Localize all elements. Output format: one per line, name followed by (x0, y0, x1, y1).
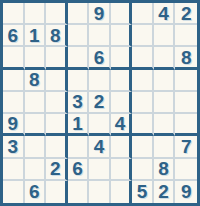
cell-r1c6[interactable] (111, 3, 133, 25)
cell-r2c1[interactable]: 6 (3, 25, 25, 47)
cell-r7c2[interactable] (25, 136, 47, 158)
cell-r4c2[interactable]: 8 (25, 70, 47, 92)
cell-r7c3[interactable] (46, 136, 68, 158)
cell-r9c9[interactable]: 9 (175, 181, 197, 203)
cell-r8c5[interactable] (89, 159, 111, 181)
cell-r1c4[interactable] (68, 3, 90, 25)
cell-r9c8[interactable]: 2 (154, 181, 176, 203)
cell-r4c9[interactable] (175, 70, 197, 92)
cell-r2c9[interactable] (175, 25, 197, 47)
cell-r4c3[interactable] (46, 70, 68, 92)
cell-r9c3[interactable] (46, 181, 68, 203)
cell-r6c7[interactable] (132, 114, 154, 136)
cell-r6c5[interactable] (89, 114, 111, 136)
cell-r1c9[interactable]: 2 (175, 3, 197, 25)
cell-r2c2[interactable]: 1 (25, 25, 47, 47)
cell-r9c2[interactable]: 6 (25, 181, 47, 203)
cell-r4c7[interactable] (132, 70, 154, 92)
cell-r3c3[interactable] (46, 47, 68, 69)
cell-r9c4[interactable] (68, 181, 90, 203)
cell-r2c3[interactable]: 8 (46, 25, 68, 47)
cell-r3c8[interactable] (154, 47, 176, 69)
cell-r4c4[interactable] (68, 70, 90, 92)
cell-r5c8[interactable] (154, 92, 176, 114)
cell-r6c6[interactable]: 4 (111, 114, 133, 136)
cell-r9c5[interactable] (89, 181, 111, 203)
cell-r3c9[interactable]: 8 (175, 47, 197, 69)
cell-r9c1[interactable] (3, 181, 25, 203)
cell-r2c7[interactable] (132, 25, 154, 47)
cell-r6c3[interactable] (46, 114, 68, 136)
cell-r3c5[interactable]: 6 (89, 47, 111, 69)
cell-r3c1[interactable] (3, 47, 25, 69)
cell-r7c4[interactable] (68, 136, 90, 158)
cell-r5c1[interactable] (3, 92, 25, 114)
cell-r2c5[interactable] (89, 25, 111, 47)
cell-r8c7[interactable] (132, 159, 154, 181)
cell-r2c4[interactable] (68, 25, 90, 47)
cell-r5c2[interactable] (25, 92, 47, 114)
cell-r8c4[interactable]: 6 (68, 159, 90, 181)
cell-r5c6[interactable] (111, 92, 133, 114)
cell-r1c8[interactable]: 4 (154, 3, 176, 25)
cell-r3c2[interactable] (25, 47, 47, 69)
cell-r3c6[interactable] (111, 47, 133, 69)
cell-r3c7[interactable] (132, 47, 154, 69)
cell-r8c6[interactable] (111, 159, 133, 181)
cell-r5c4[interactable]: 3 (68, 92, 90, 114)
cell-r8c2[interactable] (25, 159, 47, 181)
cell-r1c1[interactable] (3, 3, 25, 25)
cell-r1c3[interactable] (46, 3, 68, 25)
cell-r2c8[interactable] (154, 25, 176, 47)
cell-r8c8[interactable]: 8 (154, 159, 176, 181)
cell-r5c3[interactable] (46, 92, 68, 114)
cell-r3c4[interactable] (68, 47, 90, 69)
cell-r5c7[interactable] (132, 92, 154, 114)
cell-r6c9[interactable] (175, 114, 197, 136)
cell-r1c2[interactable] (25, 3, 47, 25)
cell-r2c6[interactable] (111, 25, 133, 47)
cell-r7c6[interactable] (111, 136, 133, 158)
cell-r4c6[interactable] (111, 70, 133, 92)
cell-r7c9[interactable]: 7 (175, 136, 197, 158)
sudoku-board: 942618688329143472686529 (0, 0, 200, 206)
cell-r6c4[interactable]: 1 (68, 114, 90, 136)
cell-r1c7[interactable] (132, 3, 154, 25)
cell-r1c5[interactable]: 9 (89, 3, 111, 25)
cell-r4c5[interactable] (89, 70, 111, 92)
cell-r8c1[interactable] (3, 159, 25, 181)
cell-r8c3[interactable]: 2 (46, 159, 68, 181)
cell-r9c6[interactable] (111, 181, 133, 203)
cell-r7c8[interactable] (154, 136, 176, 158)
cell-r4c1[interactable] (3, 70, 25, 92)
cell-r7c1[interactable]: 3 (3, 136, 25, 158)
cell-r9c7[interactable]: 5 (132, 181, 154, 203)
cell-r8c9[interactable] (175, 159, 197, 181)
cell-r6c1[interactable]: 9 (3, 114, 25, 136)
cell-r7c5[interactable]: 4 (89, 136, 111, 158)
cell-r5c5[interactable]: 2 (89, 92, 111, 114)
cell-r6c8[interactable] (154, 114, 176, 136)
cell-r6c2[interactable] (25, 114, 47, 136)
cell-r7c7[interactable] (132, 136, 154, 158)
cell-r4c8[interactable] (154, 70, 176, 92)
cell-r5c9[interactable] (175, 92, 197, 114)
